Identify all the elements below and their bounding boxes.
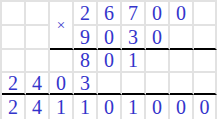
empty-cell-r2c2: [50, 50, 74, 73]
digit-cell-r1c5: 3: [122, 26, 146, 50]
digit-cell-r4c0: 2: [2, 95, 26, 119]
digit-cell-r0c5: 7: [122, 2, 146, 26]
digit-cell-r4c2: 1: [50, 95, 74, 119]
digit-cell-r0c6: 0: [146, 2, 170, 26]
digit-cell-r3c0: 2: [2, 73, 26, 95]
digit-cell-r3c1: 4: [26, 73, 50, 95]
digit-cell-r4c7: 0: [170, 95, 194, 119]
digit-cell-r1c6: 0: [146, 26, 170, 50]
digit-cell-r4c5: 1: [122, 95, 146, 119]
empty-cell-r0c1: [26, 2, 50, 26]
empty-cell-r2c0: [2, 50, 26, 73]
digit-cell-r3c2: 0: [50, 73, 74, 95]
empty-cell-r2c8: [194, 50, 217, 73]
digit-cell-r1c4: 0: [98, 26, 122, 50]
digit-cell-r1c3: 9: [74, 26, 98, 50]
empty-cell-r2c6: [146, 50, 170, 73]
empty-cell-r1c8: [194, 26, 217, 50]
empty-cell-r0c8: [194, 2, 217, 26]
digit-cell-r2c4: 0: [98, 50, 122, 73]
empty-cell-r1c0: [2, 26, 26, 50]
empty-cell-r3c7: [170, 73, 194, 95]
multiply-operator-cell: ×: [50, 2, 74, 50]
empty-cell-r0c0: [2, 2, 26, 26]
digit-cell-r4c8: 0: [194, 95, 217, 119]
digit-cell-r4c4: 0: [98, 95, 122, 119]
digit-cell-r4c1: 4: [26, 95, 50, 119]
digit-cell-r3c3: 3: [74, 73, 98, 95]
multiplication-grid: ×2670090308012403241101000: [0, 0, 217, 119]
digit-cell-r0c3: 2: [74, 2, 98, 26]
empty-cell-r3c5: [122, 73, 146, 95]
empty-cell-r2c1: [26, 50, 50, 73]
digit-cell-r2c3: 8: [74, 50, 98, 73]
digit-cell-r4c3: 1: [74, 95, 98, 119]
empty-cell-r3c4: [98, 73, 122, 95]
empty-cell-r3c8: [194, 73, 217, 95]
digit-cell-r2c5: 1: [122, 50, 146, 73]
long-multiplication-board: ×2670090308012403241101000: [0, 0, 217, 119]
empty-cell-r3c6: [146, 73, 170, 95]
digit-cell-r4c6: 0: [146, 95, 170, 119]
digit-cell-r0c4: 6: [98, 2, 122, 26]
empty-cell-r2c7: [170, 50, 194, 73]
digit-cell-r0c7: 0: [170, 2, 194, 26]
empty-cell-r1c1: [26, 26, 50, 50]
empty-cell-r1c7: [170, 26, 194, 50]
